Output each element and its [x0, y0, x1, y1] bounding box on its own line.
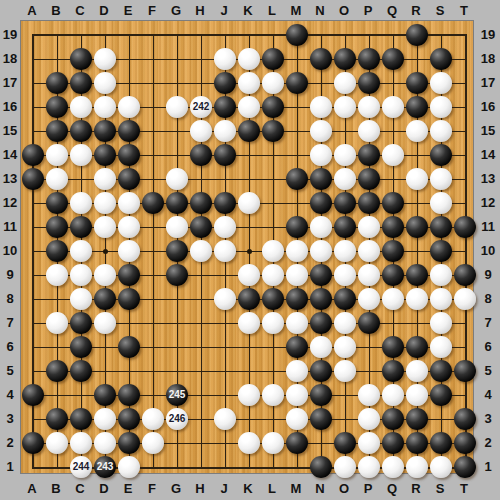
black-stone-L16[interactable] [262, 96, 284, 118]
coord-label-right-16: 16 [477, 94, 499, 118]
white-stone-D2[interactable] [94, 432, 116, 454]
white-stone-P11[interactable] [358, 216, 380, 238]
white-stone-O5[interactable] [334, 360, 356, 382]
white-stone-M10[interactable] [286, 240, 308, 262]
black-stone-T11[interactable] [454, 216, 476, 238]
coord-label-bottom-O: O [332, 478, 356, 498]
coord-label-right-19: 19 [477, 22, 499, 46]
coord-label-left-4: 4 [0, 382, 21, 406]
black-stone-D8[interactable] [94, 288, 116, 310]
coord-label-left-10: 10 [0, 238, 21, 262]
white-stone-Q1[interactable] [382, 456, 404, 478]
black-stone-N4[interactable] [310, 384, 332, 406]
black-stone-O2[interactable] [334, 432, 356, 454]
coord-label-left-15: 15 [0, 118, 21, 142]
coord-label-top-D: D [92, 0, 116, 20]
white-stone-N10[interactable] [310, 240, 332, 262]
white-stone-L4[interactable] [262, 384, 284, 406]
black-stone-S2[interactable] [430, 432, 452, 454]
white-stone-N6[interactable] [310, 336, 332, 358]
coord-label-right-7: 7 [477, 310, 499, 334]
white-stone-S6[interactable] [430, 336, 452, 358]
coord-label-top-H: H [188, 0, 212, 20]
coord-label-top-G: G [164, 0, 188, 20]
black-stone-M19[interactable] [286, 24, 308, 46]
coord-label-top-R: R [404, 0, 428, 20]
black-stone-S18[interactable] [430, 48, 452, 70]
white-stone-R1[interactable] [406, 456, 428, 478]
white-stone-R4[interactable] [406, 384, 428, 406]
coord-label-bottom-H: H [188, 478, 212, 498]
white-stone-L7[interactable] [262, 312, 284, 334]
white-stone-D16[interactable] [94, 96, 116, 118]
black-stone-A4[interactable] [22, 384, 44, 406]
black-stone-P7[interactable] [358, 312, 380, 334]
coord-label-right-2: 2 [477, 430, 499, 454]
white-stone-Q8[interactable] [382, 288, 404, 310]
coord-label-top-C: C [68, 0, 92, 20]
coord-label-left-5: 5 [0, 358, 21, 382]
black-stone-G10[interactable] [166, 240, 188, 262]
black-stone-E6[interactable] [118, 336, 140, 358]
white-stone-C2[interactable] [70, 432, 92, 454]
white-stone-B14[interactable] [46, 144, 68, 166]
white-stone-G11[interactable] [166, 216, 188, 238]
white-stone-D12[interactable] [94, 192, 116, 214]
white-stone-J10[interactable] [214, 240, 236, 262]
coord-label-bottom-L: L [260, 478, 284, 498]
black-stone-S4[interactable] [430, 384, 452, 406]
white-stone-S15[interactable] [430, 120, 452, 142]
coord-label-bottom-N: N [308, 478, 332, 498]
black-stone-C3[interactable] [70, 408, 92, 430]
white-stone-M4[interactable] [286, 384, 308, 406]
black-stone-B16[interactable] [46, 96, 68, 118]
white-stone-J3[interactable] [214, 408, 236, 430]
black-stone-S11[interactable] [430, 216, 452, 238]
coord-label-bottom-Q: Q [380, 478, 404, 498]
white-stone-L9[interactable] [262, 264, 284, 286]
white-stone-G16[interactable] [166, 96, 188, 118]
black-stone-Q9[interactable] [382, 264, 404, 286]
black-stone-P14[interactable] [358, 144, 380, 166]
coord-label-top-S: S [428, 0, 452, 20]
black-stone-C11[interactable] [70, 216, 92, 238]
black-stone-J17[interactable] [214, 72, 236, 94]
coord-label-bottom-C: C [68, 478, 92, 498]
coord-label-bottom-T: T [452, 478, 476, 498]
black-stone-Q2[interactable] [382, 432, 404, 454]
black-stone-O18[interactable] [334, 48, 356, 70]
coord-label-bottom-P: P [356, 478, 380, 498]
black-stone-E8[interactable] [118, 288, 140, 310]
white-stone-F2[interactable] [142, 432, 164, 454]
black-stone-D14[interactable] [94, 144, 116, 166]
black-stone-R17[interactable] [406, 72, 428, 94]
white-stone-L10[interactable] [262, 240, 284, 262]
white-stone-S16[interactable] [430, 96, 452, 118]
white-stone-D7[interactable] [94, 312, 116, 334]
black-stone-J14[interactable] [214, 144, 236, 166]
white-stone-P8[interactable] [358, 288, 380, 310]
white-stone-C10[interactable] [70, 240, 92, 262]
black-stone-D4[interactable] [94, 384, 116, 406]
black-stone-P18[interactable] [358, 48, 380, 70]
white-stone-D3[interactable] [94, 408, 116, 430]
coord-label-top-N: N [308, 0, 332, 20]
coord-label-top-J: J [212, 0, 236, 20]
white-stone-Q16[interactable] [382, 96, 404, 118]
black-stone-C7[interactable] [70, 312, 92, 334]
move-246-stone[interactable]: 246 [166, 408, 188, 430]
coord-label-bottom-F: F [140, 478, 164, 498]
black-stone-E15[interactable] [118, 120, 140, 142]
white-stone-D9[interactable] [94, 264, 116, 286]
white-stone-J11[interactable] [214, 216, 236, 238]
white-stone-S13[interactable] [430, 168, 452, 190]
black-stone-R9[interactable] [406, 264, 428, 286]
black-stone-S10[interactable] [430, 240, 452, 262]
coord-label-bottom-R: R [404, 478, 428, 498]
white-stone-O17[interactable] [334, 72, 356, 94]
white-stone-R5[interactable] [406, 360, 428, 382]
black-stone-G9[interactable] [166, 264, 188, 286]
black-stone-B17[interactable] [46, 72, 68, 94]
coord-label-left-9: 9 [0, 262, 21, 286]
black-stone-M8[interactable] [286, 288, 308, 310]
white-stone-S12[interactable] [430, 192, 452, 214]
white-stone-P2[interactable] [358, 432, 380, 454]
white-stone-O13[interactable] [334, 168, 356, 190]
black-stone-B5[interactable] [46, 360, 68, 382]
black-stone-N9[interactable] [310, 264, 332, 286]
black-stone-N7[interactable] [310, 312, 332, 334]
black-stone-L18[interactable] [262, 48, 284, 70]
white-stone-J8[interactable] [214, 288, 236, 310]
white-stone-O10[interactable] [334, 240, 356, 262]
coord-label-right-5: 5 [477, 358, 499, 382]
black-stone-T9[interactable] [454, 264, 476, 286]
black-stone-N3[interactable] [310, 408, 332, 430]
black-stone-E4[interactable] [118, 384, 140, 406]
white-stone-O16[interactable] [334, 96, 356, 118]
black-stone-M11[interactable] [286, 216, 308, 238]
coord-label-bottom-S: S [428, 478, 452, 498]
go-board[interactable]: 242245246244243 [20, 20, 474, 474]
black-stone-B3[interactable] [46, 408, 68, 430]
white-stone-Q14[interactable] [382, 144, 404, 166]
black-stone-O11[interactable] [334, 216, 356, 238]
black-stone-B12[interactable] [46, 192, 68, 214]
white-stone-S17[interactable] [430, 72, 452, 94]
white-stone-C9[interactable] [70, 264, 92, 286]
white-stone-R8[interactable] [406, 288, 428, 310]
black-stone-P13[interactable] [358, 168, 380, 190]
white-stone-N16[interactable] [310, 96, 332, 118]
black-stone-H14[interactable] [190, 144, 212, 166]
coord-label-right-6: 6 [477, 334, 499, 358]
white-stone-D13[interactable] [94, 168, 116, 190]
white-stone-N15[interactable] [310, 120, 332, 142]
black-stone-T3[interactable] [454, 408, 476, 430]
white-stone-J15[interactable] [214, 120, 236, 142]
black-stone-N8[interactable] [310, 288, 332, 310]
white-stone-J18[interactable] [214, 48, 236, 70]
white-stone-K9[interactable] [238, 264, 260, 286]
white-stone-B13[interactable] [46, 168, 68, 190]
black-stone-S5[interactable] [430, 360, 452, 382]
move-245-stone[interactable]: 245 [166, 384, 188, 406]
black-stone-B15[interactable] [46, 120, 68, 142]
coord-label-left-11: 11 [0, 214, 21, 238]
coord-label-left-18: 18 [0, 46, 21, 70]
white-stone-E11[interactable] [118, 216, 140, 238]
black-stone-E9[interactable] [118, 264, 140, 286]
white-stone-L2[interactable] [262, 432, 284, 454]
white-stone-O1[interactable] [334, 456, 356, 478]
black-stone-B10[interactable] [46, 240, 68, 262]
black-stone-K15[interactable] [238, 120, 260, 142]
black-stone-D15[interactable] [94, 120, 116, 142]
coord-label-bottom-J: J [212, 478, 236, 498]
white-stone-P1[interactable] [358, 456, 380, 478]
coord-label-top-A: A [20, 0, 44, 20]
white-stone-C14[interactable] [70, 144, 92, 166]
black-stone-R2[interactable] [406, 432, 428, 454]
white-stone-M3[interactable] [286, 408, 308, 430]
white-stone-N11[interactable] [310, 216, 332, 238]
black-stone-R3[interactable] [406, 408, 428, 430]
black-stone-R11[interactable] [406, 216, 428, 238]
white-stone-M5[interactable] [286, 360, 308, 382]
black-stone-T2[interactable] [454, 432, 476, 454]
white-stone-K7[interactable] [238, 312, 260, 334]
black-stone-C6[interactable] [70, 336, 92, 358]
black-stone-C18[interactable] [70, 48, 92, 70]
coord-label-top-Q: Q [380, 0, 404, 20]
coord-label-left-19: 19 [0, 22, 21, 46]
go-board-screenshot: 242245246244243 AABBCCDDEEFFGGHHJJKKLLMM… [0, 0, 500, 500]
black-stone-B11[interactable] [46, 216, 68, 238]
black-stone-R19[interactable] [406, 24, 428, 46]
move-244-stone[interactable]: 244 [70, 456, 92, 478]
coord-label-right-9: 9 [477, 262, 499, 286]
black-stone-C15[interactable] [70, 120, 92, 142]
black-stone-S14[interactable] [430, 144, 452, 166]
coord-label-left-16: 16 [0, 94, 21, 118]
coord-label-right-11: 11 [477, 214, 499, 238]
white-stone-L17[interactable] [262, 72, 284, 94]
move-242-stone[interactable]: 242 [190, 96, 212, 118]
coord-label-top-O: O [332, 0, 356, 20]
coord-label-right-10: 10 [477, 238, 499, 262]
black-stone-H12[interactable] [190, 192, 212, 214]
black-stone-F12[interactable] [142, 192, 164, 214]
coord-label-left-2: 2 [0, 430, 21, 454]
coord-label-left-8: 8 [0, 286, 21, 310]
white-stone-H10[interactable] [190, 240, 212, 262]
black-stone-C5[interactable] [70, 360, 92, 382]
black-stone-A13[interactable] [22, 168, 44, 190]
black-stone-Q18[interactable] [382, 48, 404, 70]
white-stone-K12[interactable] [238, 192, 260, 214]
black-stone-L8[interactable] [262, 288, 284, 310]
coord-label-top-L: L [260, 0, 284, 20]
coord-label-left-13: 13 [0, 166, 21, 190]
black-stone-M17[interactable] [286, 72, 308, 94]
coord-label-right-15: 15 [477, 118, 499, 142]
coord-label-bottom-A: A [20, 478, 44, 498]
white-stone-O14[interactable] [334, 144, 356, 166]
white-stone-P9[interactable] [358, 264, 380, 286]
white-stone-K16[interactable] [238, 96, 260, 118]
white-stone-B7[interactable] [46, 312, 68, 334]
white-stone-D11[interactable] [94, 216, 116, 238]
white-stone-E10[interactable] [118, 240, 140, 262]
white-stone-D17[interactable] [94, 72, 116, 94]
black-stone-Q12[interactable] [382, 192, 404, 214]
white-stone-S1[interactable] [430, 456, 452, 478]
white-stone-E16[interactable] [118, 96, 140, 118]
coord-label-bottom-G: G [164, 478, 188, 498]
coord-label-left-17: 17 [0, 70, 21, 94]
coord-label-bottom-K: K [236, 478, 260, 498]
white-stone-B2[interactable] [46, 432, 68, 454]
white-stone-C12[interactable] [70, 192, 92, 214]
star-point [103, 249, 108, 254]
white-stone-R13[interactable] [406, 168, 428, 190]
move-243-stone[interactable]: 243 [94, 456, 116, 478]
black-stone-E13[interactable] [118, 168, 140, 190]
coord-label-bottom-E: E [116, 478, 140, 498]
black-stone-H11[interactable] [190, 216, 212, 238]
white-stone-T8[interactable] [454, 288, 476, 310]
white-stone-M7[interactable] [286, 312, 308, 334]
white-stone-G13[interactable] [166, 168, 188, 190]
white-stone-C16[interactable] [70, 96, 92, 118]
coord-label-bottom-B: B [44, 478, 68, 498]
coord-label-top-B: B [44, 0, 68, 20]
coord-label-bottom-D: D [92, 478, 116, 498]
coord-label-right-13: 13 [477, 166, 499, 190]
coord-label-left-7: 7 [0, 310, 21, 334]
black-stone-E14[interactable] [118, 144, 140, 166]
white-stone-S8[interactable] [430, 288, 452, 310]
coord-label-left-1: 1 [0, 454, 21, 478]
coord-label-left-14: 14 [0, 142, 21, 166]
coord-label-top-M: M [284, 0, 308, 20]
white-stone-O9[interactable] [334, 264, 356, 286]
coord-label-right-18: 18 [477, 46, 499, 70]
white-stone-S9[interactable] [430, 264, 452, 286]
white-stone-H15[interactable] [190, 120, 212, 142]
coord-label-left-3: 3 [0, 406, 21, 430]
coord-label-right-8: 8 [477, 286, 499, 310]
white-stone-K4[interactable] [238, 384, 260, 406]
coord-label-right-3: 3 [477, 406, 499, 430]
white-stone-K18[interactable] [238, 48, 260, 70]
white-stone-O6[interactable] [334, 336, 356, 358]
white-stone-P3[interactable] [358, 408, 380, 430]
black-stone-P17[interactable] [358, 72, 380, 94]
coord-label-bottom-M: M [284, 478, 308, 498]
coord-label-right-17: 17 [477, 70, 499, 94]
white-stone-P16[interactable] [358, 96, 380, 118]
coord-label-left-6: 6 [0, 334, 21, 358]
black-stone-E3[interactable] [118, 408, 140, 430]
black-stone-N12[interactable] [310, 192, 332, 214]
black-stone-O8[interactable] [334, 288, 356, 310]
black-stone-Q3[interactable] [382, 408, 404, 430]
black-stone-Q11[interactable] [382, 216, 404, 238]
black-stone-J12[interactable] [214, 192, 236, 214]
black-stone-M6[interactable] [286, 336, 308, 358]
coord-label-right-1: 1 [477, 454, 499, 478]
coord-label-right-14: 14 [477, 142, 499, 166]
coord-label-top-P: P [356, 0, 380, 20]
black-stone-J16[interactable] [214, 96, 236, 118]
black-stone-N5[interactable] [310, 360, 332, 382]
black-stone-A14[interactable] [22, 144, 44, 166]
white-stone-K2[interactable] [238, 432, 260, 454]
coord-label-top-E: E [116, 0, 140, 20]
white-stone-P15[interactable] [358, 120, 380, 142]
white-stone-R15[interactable] [406, 120, 428, 142]
black-stone-O12[interactable] [334, 192, 356, 214]
white-stone-N14[interactable] [310, 144, 332, 166]
coord-label-left-12: 12 [0, 190, 21, 214]
white-stone-D18[interactable] [94, 48, 116, 70]
black-stone-E2[interactable] [118, 432, 140, 454]
white-stone-Q4[interactable] [382, 384, 404, 406]
white-stone-E1[interactable] [118, 456, 140, 478]
black-stone-T1[interactable] [454, 456, 476, 478]
white-stone-C8[interactable] [70, 288, 92, 310]
black-stone-G12[interactable] [166, 192, 188, 214]
black-stone-L15[interactable] [262, 120, 284, 142]
black-stone-N18[interactable] [310, 48, 332, 70]
white-stone-K17[interactable] [238, 72, 260, 94]
black-stone-C17[interactable] [70, 72, 92, 94]
coord-label-right-12: 12 [477, 190, 499, 214]
white-stone-O7[interactable] [334, 312, 356, 334]
coord-label-top-T: T [452, 0, 476, 20]
black-stone-Q5[interactable] [382, 360, 404, 382]
black-stone-R6[interactable] [406, 336, 428, 358]
white-stone-E12[interactable] [118, 192, 140, 214]
black-stone-M13[interactable] [286, 168, 308, 190]
white-stone-B9[interactable] [46, 264, 68, 286]
white-stone-F3[interactable] [142, 408, 164, 430]
white-stone-P4[interactable] [358, 384, 380, 406]
black-stone-N1[interactable] [310, 456, 332, 478]
black-stone-A2[interactable] [22, 432, 44, 454]
black-stone-N13[interactable] [310, 168, 332, 190]
coord-label-top-K: K [236, 0, 260, 20]
black-stone-K8[interactable] [238, 288, 260, 310]
black-stone-T5[interactable] [454, 360, 476, 382]
black-stone-P12[interactable] [358, 192, 380, 214]
black-stone-M2[interactable] [286, 432, 308, 454]
white-stone-M9[interactable] [286, 264, 308, 286]
black-stone-R16[interactable] [406, 96, 428, 118]
coord-label-right-4: 4 [477, 382, 499, 406]
white-stone-P10[interactable] [358, 240, 380, 262]
black-stone-Q6[interactable] [382, 336, 404, 358]
coord-label-top-F: F [140, 0, 164, 20]
white-stone-S7[interactable] [430, 312, 452, 334]
black-stone-Q10[interactable] [382, 240, 404, 262]
